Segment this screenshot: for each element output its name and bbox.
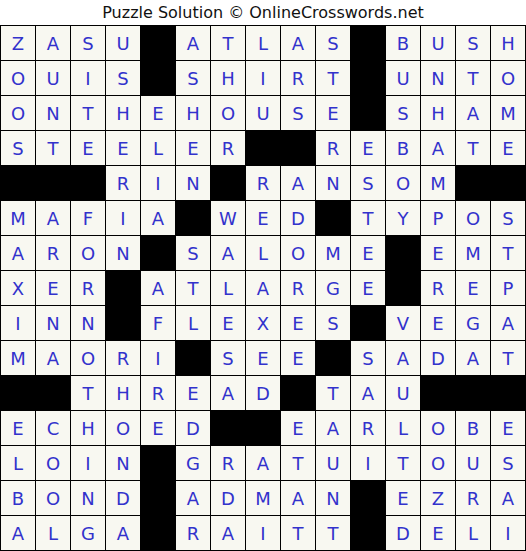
letter-cell-r9c13: E (421, 306, 455, 340)
block-cell-r2c5 (141, 61, 175, 95)
letter-cell-r6c11: T (351, 201, 385, 235)
letter-cell-r1c8: L (246, 26, 280, 60)
letter-cell-r3c14: A (456, 96, 490, 130)
letter-cell-r3c10: E (316, 96, 350, 130)
letter-cell-r13c14: U (456, 446, 490, 480)
letter-cell-r4c6: E (176, 131, 210, 165)
letter-cell-r6c12: Y (386, 201, 420, 235)
letter-cell-r5c9: A (281, 166, 315, 200)
letter-cell-r5c4: R (106, 166, 140, 200)
letter-cell-r10c14: A (456, 341, 490, 375)
letter-cell-r7c7: A (211, 236, 245, 270)
letter-cell-r1c6: A (176, 26, 210, 60)
block-cell-r9c11 (351, 306, 385, 340)
letter-cell-r4c5: L (141, 131, 175, 165)
letter-cell-r15c10: T (316, 516, 350, 550)
letter-cell-r13c6: G (176, 446, 210, 480)
letter-cell-r8c8: A (246, 271, 280, 305)
letter-cell-r13c15: S (491, 446, 525, 480)
letter-cell-r12c13: O (421, 411, 455, 445)
letter-cell-r2c7: H (211, 61, 245, 95)
letter-cell-r1c2: A (36, 26, 70, 60)
letter-cell-r13c8: A (246, 446, 280, 480)
letter-cell-r7c11: E (351, 236, 385, 270)
letter-cell-r5c5: I (141, 166, 175, 200)
letter-cell-r3c5: E (141, 96, 175, 130)
letter-cell-r15c15: I (491, 516, 525, 550)
letter-cell-r1c9: A (281, 26, 315, 60)
letter-cell-r15c4: A (106, 516, 140, 550)
letter-cell-r11c6: E (176, 376, 210, 410)
letter-cell-r8c13: R (421, 271, 455, 305)
letter-cell-r7c8: L (246, 236, 280, 270)
letter-cell-r6c3: F (71, 201, 105, 235)
page-title: Puzzle Solution © OnlineCrosswords.net (102, 3, 424, 22)
letter-cell-r10c8: E (246, 341, 280, 375)
block-cell-r15c11 (351, 516, 385, 550)
letter-cell-r10c1: M (1, 341, 35, 375)
letter-cell-r6c14: O (456, 201, 490, 235)
letter-cell-r1c15: H (491, 26, 525, 60)
letter-cell-r4c10: R (316, 131, 350, 165)
letter-cell-r4c14: T (456, 131, 490, 165)
letter-cell-r6c1: M (1, 201, 35, 235)
letter-cell-r13c13: O (421, 446, 455, 480)
letter-cell-r13c9: T (281, 446, 315, 480)
letter-cell-r2c10: T (316, 61, 350, 95)
letter-cell-r5c13: M (421, 166, 455, 200)
letter-cell-r9c2: N (36, 306, 70, 340)
letter-cell-r15c1: A (1, 516, 35, 550)
letter-cell-r3c6: H (176, 96, 210, 130)
letter-cell-r10c13: D (421, 341, 455, 375)
block-cell-r7c12 (386, 236, 420, 270)
letter-cell-r6c13: P (421, 201, 455, 235)
letter-cell-r14c15: A (491, 481, 525, 515)
block-cell-r5c1 (1, 166, 35, 200)
letter-cell-r5c8: R (246, 166, 280, 200)
letter-cell-r1c4: U (106, 26, 140, 60)
letter-cell-r11c3: T (71, 376, 105, 410)
block-cell-r14c5 (141, 481, 175, 515)
letter-cell-r6c5: A (141, 201, 175, 235)
letter-cell-r10c7: S (211, 341, 245, 375)
letter-cell-r4c1: S (1, 131, 35, 165)
letter-cell-r6c8: E (246, 201, 280, 235)
block-cell-r6c10 (316, 201, 350, 235)
letter-cell-r2c2: U (36, 61, 70, 95)
letter-cell-r2c4: S (106, 61, 140, 95)
letter-cell-r10c4: R (106, 341, 140, 375)
crossword-page: Puzzle Solution © OnlineCrosswords.net Z… (0, 0, 526, 551)
block-cell-r11c1 (1, 376, 35, 410)
letter-cell-r1c12: B (386, 26, 420, 60)
block-cell-r5c15 (491, 166, 525, 200)
block-cell-r11c14 (456, 376, 490, 410)
letter-cell-r9c14: G (456, 306, 490, 340)
letter-cell-r11c7: A (211, 376, 245, 410)
letter-cell-r12c11: R (351, 411, 385, 445)
letter-cell-r12c1: E (1, 411, 35, 445)
letter-cell-r14c7: D (211, 481, 245, 515)
letter-cell-r15c12: D (386, 516, 420, 550)
letter-cell-r4c7: R (211, 131, 245, 165)
letter-cell-r8c15: P (491, 271, 525, 305)
letter-cell-r8c10: G (316, 271, 350, 305)
letter-cell-r4c3: E (71, 131, 105, 165)
letter-cell-r6c4: I (106, 201, 140, 235)
letter-cell-r15c14: L (456, 516, 490, 550)
letter-cell-r1c13: U (421, 26, 455, 60)
letter-cell-r8c11: E (351, 271, 385, 305)
letter-cell-r2c1: O (1, 61, 35, 95)
letter-cell-r2c12: U (386, 61, 420, 95)
letter-cell-r8c9: R (281, 271, 315, 305)
letter-cell-r12c3: H (71, 411, 105, 445)
block-cell-r11c9 (281, 376, 315, 410)
letter-cell-r2c14: T (456, 61, 490, 95)
letter-cell-r14c13: Z (421, 481, 455, 515)
letter-cell-r9c7: E (211, 306, 245, 340)
letter-cell-r8c14: E (456, 271, 490, 305)
letter-cell-r14c12: E (386, 481, 420, 515)
letter-cell-r11c8: D (246, 376, 280, 410)
letter-cell-r1c7: T (211, 26, 245, 60)
letter-cell-r1c14: S (456, 26, 490, 60)
letter-cell-r5c6: N (176, 166, 210, 200)
letter-cell-r11c12: U (386, 376, 420, 410)
letter-cell-r12c14: B (456, 411, 490, 445)
letter-cell-r9c10: S (316, 306, 350, 340)
letter-cell-r15c9: T (281, 516, 315, 550)
letter-cell-r6c9: D (281, 201, 315, 235)
block-cell-r7c5 (141, 236, 175, 270)
letter-cell-r13c12: T (386, 446, 420, 480)
letter-cell-r8c2: E (36, 271, 70, 305)
letter-cell-r3c12: S (386, 96, 420, 130)
letter-cell-r12c6: D (176, 411, 210, 445)
letter-cell-r12c4: O (106, 411, 140, 445)
letter-cell-r2c6: S (176, 61, 210, 95)
letter-cell-r10c12: A (386, 341, 420, 375)
letter-cell-r14c4: D (106, 481, 140, 515)
block-cell-r3c11 (351, 96, 385, 130)
letter-cell-r3c1: O (1, 96, 35, 130)
block-cell-r15c5 (141, 516, 175, 550)
letter-cell-r11c10: T (316, 376, 350, 410)
letter-cell-r12c5: E (141, 411, 175, 445)
letter-cell-r9c6: L (176, 306, 210, 340)
block-cell-r5c14 (456, 166, 490, 200)
block-cell-r10c6 (176, 341, 210, 375)
block-cell-r5c2 (36, 166, 70, 200)
block-cell-r10c10 (316, 341, 350, 375)
letter-cell-r5c12: O (386, 166, 420, 200)
letter-cell-r9c3: N (71, 306, 105, 340)
letter-cell-r11c11: A (351, 376, 385, 410)
letter-cell-r2c13: N (421, 61, 455, 95)
letter-cell-r14c10: N (316, 481, 350, 515)
letter-cell-r11c5: R (141, 376, 175, 410)
letter-cell-r1c10: S (316, 26, 350, 60)
letter-cell-r12c12: L (386, 411, 420, 445)
letter-cell-r13c1: L (1, 446, 35, 480)
letter-cell-r3c13: H (421, 96, 455, 130)
block-cell-r6c6 (176, 201, 210, 235)
block-cell-r12c7 (211, 411, 245, 445)
title-bar: Puzzle Solution © OnlineCrosswords.net (0, 0, 526, 25)
letter-cell-r3c15: M (491, 96, 525, 130)
letter-cell-r13c11: I (351, 446, 385, 480)
letter-cell-r14c1: B (1, 481, 35, 515)
letter-cell-r12c10: A (316, 411, 350, 445)
letter-cell-r12c9: E (281, 411, 315, 445)
letter-cell-r15c7: A (211, 516, 245, 550)
letter-cell-r6c2: A (36, 201, 70, 235)
letter-cell-r14c9: A (281, 481, 315, 515)
letter-cell-r9c15: A (491, 306, 525, 340)
letter-cell-r6c15: S (491, 201, 525, 235)
letter-cell-r4c2: T (36, 131, 70, 165)
letter-cell-r3c9: S (281, 96, 315, 130)
block-cell-r5c3 (71, 166, 105, 200)
letter-cell-r13c7: R (211, 446, 245, 480)
letter-cell-r13c3: I (71, 446, 105, 480)
letter-cell-r3c7: O (211, 96, 245, 130)
block-cell-r8c4 (106, 271, 140, 305)
letter-cell-r8c1: X (1, 271, 35, 305)
letter-cell-r7c3: O (71, 236, 105, 270)
letter-cell-r14c6: A (176, 481, 210, 515)
block-cell-r14c11 (351, 481, 385, 515)
letter-cell-r2c8: I (246, 61, 280, 95)
letter-cell-r9c12: V (386, 306, 420, 340)
letter-cell-r7c6: S (176, 236, 210, 270)
letter-cell-r10c9: E (281, 341, 315, 375)
letter-cell-r2c9: R (281, 61, 315, 95)
letter-cell-r15c8: I (246, 516, 280, 550)
block-cell-r1c11 (351, 26, 385, 60)
letter-cell-r12c15: E (491, 411, 525, 445)
block-cell-r11c13 (421, 376, 455, 410)
block-cell-r11c2 (36, 376, 70, 410)
letter-cell-r10c15: T (491, 341, 525, 375)
letter-cell-r15c6: R (176, 516, 210, 550)
letter-cell-r14c2: O (36, 481, 70, 515)
letter-cell-r4c11: E (351, 131, 385, 165)
letter-cell-r15c2: L (36, 516, 70, 550)
letter-cell-r7c13: E (421, 236, 455, 270)
letter-cell-r7c4: N (106, 236, 140, 270)
letter-cell-r3c8: U (246, 96, 280, 130)
letter-cell-r10c11: S (351, 341, 385, 375)
letter-cell-r2c15: O (491, 61, 525, 95)
letter-cell-r4c15: E (491, 131, 525, 165)
letter-cell-r3c4: H (106, 96, 140, 130)
letter-cell-r1c3: S (71, 26, 105, 60)
crossword-grid: ZASUATLASBUSHOUISSHIRTUNTOONTHEHOUSESHAM… (0, 25, 526, 551)
letter-cell-r11c4: H (106, 376, 140, 410)
letter-cell-r1c1: Z (1, 26, 35, 60)
block-cell-r2c11 (351, 61, 385, 95)
block-cell-r9c4 (106, 306, 140, 340)
letter-cell-r4c13: A (421, 131, 455, 165)
block-cell-r4c9 (281, 131, 315, 165)
letter-cell-r13c4: N (106, 446, 140, 480)
letter-cell-r7c10: M (316, 236, 350, 270)
letter-cell-r7c1: A (1, 236, 35, 270)
letter-cell-r7c9: O (281, 236, 315, 270)
block-cell-r12c8 (246, 411, 280, 445)
letter-cell-r15c13: E (421, 516, 455, 550)
letter-cell-r5c11: S (351, 166, 385, 200)
letter-cell-r9c1: I (1, 306, 35, 340)
block-cell-r1c5 (141, 26, 175, 60)
letter-cell-r8c7: L (211, 271, 245, 305)
letter-cell-r3c2: N (36, 96, 70, 130)
letter-cell-r4c4: E (106, 131, 140, 165)
letter-cell-r15c3: G (71, 516, 105, 550)
block-cell-r13c5 (141, 446, 175, 480)
letter-cell-r6c7: W (211, 201, 245, 235)
letter-cell-r10c2: A (36, 341, 70, 375)
letter-cell-r12c2: C (36, 411, 70, 445)
letter-cell-r2c3: I (71, 61, 105, 95)
letter-cell-r14c8: M (246, 481, 280, 515)
letter-cell-r8c6: T (176, 271, 210, 305)
letter-cell-r10c5: I (141, 341, 175, 375)
letter-cell-r14c3: N (71, 481, 105, 515)
letter-cell-r7c14: M (456, 236, 490, 270)
letter-cell-r4c12: B (386, 131, 420, 165)
block-cell-r5c7 (211, 166, 245, 200)
letter-cell-r3c3: T (71, 96, 105, 130)
letter-cell-r8c3: R (71, 271, 105, 305)
letter-cell-r7c2: R (36, 236, 70, 270)
letter-cell-r14c14: R (456, 481, 490, 515)
letter-cell-r9c5: F (141, 306, 175, 340)
letter-cell-r13c2: O (36, 446, 70, 480)
letter-cell-r13c10: U (316, 446, 350, 480)
block-cell-r8c12 (386, 271, 420, 305)
letter-cell-r10c3: O (71, 341, 105, 375)
letter-cell-r9c9: E (281, 306, 315, 340)
letter-cell-r5c10: N (316, 166, 350, 200)
letter-cell-r8c5: A (141, 271, 175, 305)
letter-cell-r9c8: X (246, 306, 280, 340)
letter-cell-r7c15: T (491, 236, 525, 270)
block-cell-r11c15 (491, 376, 525, 410)
block-cell-r4c8 (246, 131, 280, 165)
